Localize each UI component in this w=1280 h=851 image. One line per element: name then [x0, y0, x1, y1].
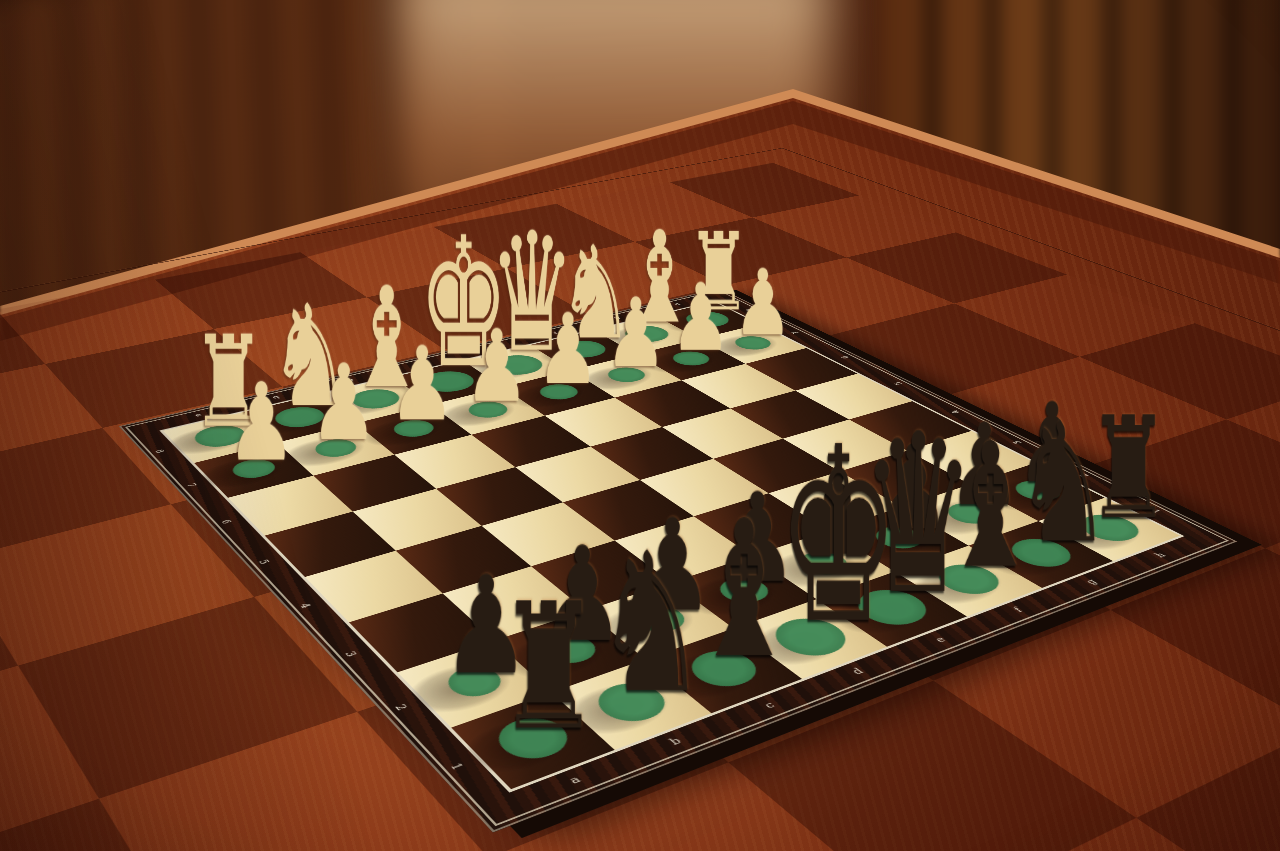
square-a4[interactable] [305, 551, 443, 623]
rank-label-6-right: 6 [833, 352, 857, 361]
square-e5[interactable] [591, 427, 714, 480]
photo-scene: aabbccddeeffgghh1122334455667788 ♜♝♟♞♟♛♟… [0, 0, 1280, 851]
pawn-glyph: ♟ [605, 286, 667, 381]
pawn-glyph: ♟ [309, 351, 377, 456]
pawn-glyph: ♟ [464, 317, 528, 417]
rank-label-4-left: 4 [289, 598, 320, 614]
pawn-glyph: ♟ [226, 369, 295, 477]
file-label-e-near: e [924, 631, 958, 649]
file-label-a-near: a [557, 769, 594, 792]
rank-label-3-left: 3 [334, 645, 366, 663]
file-label-h-near: h [1145, 548, 1177, 563]
file-label-g-near: g [1075, 574, 1108, 590]
file-label-f-near: f [1002, 602, 1036, 619]
square-e6[interactable] [545, 398, 662, 447]
knight-glyph: ♞ [593, 527, 707, 720]
square-c5[interactable] [436, 467, 563, 526]
pawn-glyph: ♟ [536, 301, 599, 399]
perspective-scene: aabbccddeeffgghh1122334455667788 ♜♝♟♞♟♛♟… [0, 0, 1280, 851]
rank-label-6-left: 6 [212, 515, 240, 529]
pawn-glyph: ♟ [389, 333, 455, 435]
file-label-c-near: c [752, 696, 788, 716]
square-a5[interactable] [265, 512, 396, 577]
pawn-glyph: ♟ [733, 258, 792, 349]
pawn-glyph: ♟ [670, 271, 730, 364]
file-label-b-near: b [658, 731, 695, 752]
square-d5[interactable] [515, 447, 640, 503]
file-label-d-near: d [841, 662, 876, 681]
rook-glyph: ♜ [497, 579, 601, 754]
square-b5[interactable] [353, 489, 482, 551]
rank-label-5-left: 5 [249, 554, 278, 569]
